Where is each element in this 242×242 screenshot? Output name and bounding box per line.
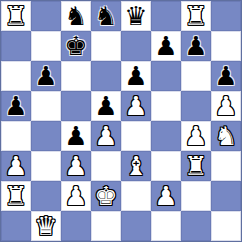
white-queen: ♛ [34, 211, 57, 241]
square-h6[interactable]: ♟ [211, 61, 241, 91]
white-pawn: ♟ [4, 151, 27, 181]
black-knight: ♞ [94, 1, 117, 31]
square-f6[interactable] [151, 61, 181, 91]
black-pawn: ♟ [184, 31, 207, 61]
black-knight: ♞ [64, 1, 87, 31]
black-pawn: ♟ [154, 31, 177, 61]
square-d7[interactable] [91, 31, 121, 61]
black-pawn: ♟ [214, 61, 237, 91]
square-b7[interactable] [31, 31, 61, 61]
square-h1[interactable] [211, 211, 241, 241]
square-c2[interactable]: ♟ [61, 181, 91, 211]
square-g6[interactable] [181, 61, 211, 91]
square-c4[interactable]: ♟ [61, 121, 91, 151]
square-c8[interactable]: ♞ [61, 1, 91, 31]
square-c3[interactable]: ♟ [61, 151, 91, 181]
white-rook: ♜ [184, 151, 207, 181]
black-pawn: ♟ [4, 91, 27, 121]
square-f2[interactable]: ♟ [151, 181, 181, 211]
square-b4[interactable] [31, 121, 61, 151]
square-c6[interactable] [61, 61, 91, 91]
black-queen: ♛ [124, 1, 147, 31]
square-e2[interactable] [121, 181, 151, 211]
white-pawn: ♟ [64, 181, 87, 211]
square-f7[interactable]: ♟ [151, 31, 181, 61]
square-f8[interactable] [151, 1, 181, 31]
white-pawn: ♟ [154, 181, 177, 211]
white-pawn: ♟ [214, 91, 237, 121]
square-d1[interactable] [91, 211, 121, 241]
square-e5[interactable]: ♟ [121, 91, 151, 121]
square-g5[interactable] [181, 91, 211, 121]
square-g8[interactable]: ♜ [181, 1, 211, 31]
square-e6[interactable]: ♟ [121, 61, 151, 91]
white-pawn: ♟ [184, 121, 207, 151]
square-a7[interactable] [1, 31, 31, 61]
white-knight: ♞ [214, 121, 237, 151]
square-b3[interactable] [31, 151, 61, 181]
square-h5[interactable]: ♟ [211, 91, 241, 121]
square-e4[interactable] [121, 121, 151, 151]
square-e1[interactable] [121, 211, 151, 241]
square-d8[interactable]: ♞ [91, 1, 121, 31]
black-pawn: ♟ [34, 61, 57, 91]
square-h3[interactable] [211, 151, 241, 181]
square-a5[interactable]: ♟ [1, 91, 31, 121]
square-b1[interactable]: ♛ [31, 211, 61, 241]
square-g2[interactable] [181, 181, 211, 211]
square-d3[interactable] [91, 151, 121, 181]
square-f4[interactable] [151, 121, 181, 151]
square-a6[interactable] [1, 61, 31, 91]
chess-board: ♜♞♞♛♜♚♟♟♟♟♟♟♟♟♟♟♟♟♞♟♟♝♜♜♟♚♟♛ [0, 0, 242, 242]
square-d5[interactable]: ♟ [91, 91, 121, 121]
square-f1[interactable] [151, 211, 181, 241]
square-d2[interactable]: ♚ [91, 181, 121, 211]
square-c1[interactable] [61, 211, 91, 241]
square-a3[interactable]: ♟ [1, 151, 31, 181]
square-a8[interactable]: ♜ [1, 1, 31, 31]
square-b8[interactable] [31, 1, 61, 31]
square-f5[interactable] [151, 91, 181, 121]
white-king: ♚ [94, 181, 117, 211]
white-rook: ♜ [4, 181, 27, 211]
square-c7[interactable]: ♚ [61, 31, 91, 61]
square-h4[interactable]: ♞ [211, 121, 241, 151]
square-g4[interactable]: ♟ [181, 121, 211, 151]
white-bishop: ♝ [124, 151, 147, 181]
square-d6[interactable] [91, 61, 121, 91]
black-king: ♚ [64, 31, 87, 61]
white-rook: ♜ [184, 1, 207, 31]
square-e3[interactable]: ♝ [121, 151, 151, 181]
square-a2[interactable]: ♜ [1, 181, 31, 211]
square-e7[interactable] [121, 31, 151, 61]
black-pawn: ♟ [94, 91, 117, 121]
square-f3[interactable] [151, 151, 181, 181]
square-e8[interactable]: ♛ [121, 1, 151, 31]
square-h8[interactable] [211, 1, 241, 31]
white-rook: ♜ [4, 1, 27, 31]
square-h7[interactable] [211, 31, 241, 61]
white-pawn: ♟ [94, 121, 117, 151]
square-g3[interactable]: ♜ [181, 151, 211, 181]
square-g7[interactable]: ♟ [181, 31, 211, 61]
square-b6[interactable]: ♟ [31, 61, 61, 91]
black-pawn: ♟ [64, 121, 87, 151]
white-pawn: ♟ [64, 151, 87, 181]
black-pawn: ♟ [124, 61, 147, 91]
square-b5[interactable] [31, 91, 61, 121]
square-c5[interactable] [61, 91, 91, 121]
square-g1[interactable] [181, 211, 211, 241]
square-a4[interactable] [1, 121, 31, 151]
square-h2[interactable] [211, 181, 241, 211]
white-pawn: ♟ [124, 91, 147, 121]
square-a1[interactable] [1, 211, 31, 241]
square-b2[interactable] [31, 181, 61, 211]
square-d4[interactable]: ♟ [91, 121, 121, 151]
